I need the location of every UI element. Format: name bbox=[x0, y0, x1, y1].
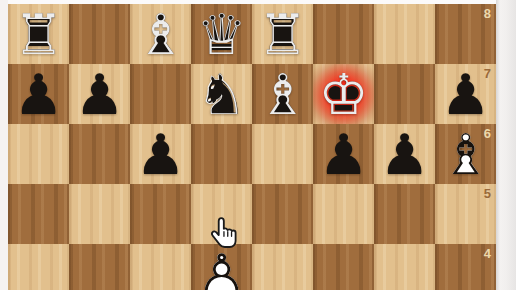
chess-board-frame: ♜♖♝♗♛♕♜♖8♟♟♞♘♝♗♚♔♟7♟♟♟♝♗65♟♙4 bbox=[0, 0, 516, 290]
square-h7[interactable]: ♟7 bbox=[435, 64, 496, 124]
square-b6[interactable] bbox=[69, 124, 130, 184]
black-pawn[interactable]: ♟ bbox=[8, 64, 69, 124]
square-e7[interactable]: ♝♗ bbox=[252, 64, 313, 124]
square-a4[interactable] bbox=[8, 244, 69, 290]
black-knight[interactable]: ♞♘ bbox=[191, 64, 252, 124]
square-h8[interactable]: 8 bbox=[435, 4, 496, 64]
square-h5[interactable]: 5 bbox=[435, 184, 496, 244]
square-f4[interactable] bbox=[313, 244, 374, 290]
square-g8[interactable] bbox=[374, 4, 435, 64]
square-e5[interactable] bbox=[252, 184, 313, 244]
rank-label-5: 5 bbox=[484, 186, 491, 201]
black-pawn[interactable]: ♟ bbox=[313, 124, 374, 184]
square-d8[interactable]: ♛♕ bbox=[191, 4, 252, 64]
black-bishop[interactable]: ♝♗ bbox=[130, 4, 191, 64]
square-f5[interactable] bbox=[313, 184, 374, 244]
square-c7[interactable] bbox=[130, 64, 191, 124]
square-g4[interactable] bbox=[374, 244, 435, 290]
black-rook[interactable]: ♜♖ bbox=[252, 4, 313, 64]
black-pawn[interactable]: ♟ bbox=[69, 64, 130, 124]
square-a6[interactable] bbox=[8, 124, 69, 184]
square-e4[interactable] bbox=[252, 244, 313, 290]
square-f6[interactable]: ♟ bbox=[313, 124, 374, 184]
square-d7[interactable]: ♞♘ bbox=[191, 64, 252, 124]
square-f8[interactable] bbox=[313, 4, 374, 64]
square-d4[interactable]: ♟♙ bbox=[191, 244, 252, 290]
square-f7[interactable]: ♚♔ bbox=[313, 64, 374, 124]
square-b4[interactable] bbox=[69, 244, 130, 290]
black-bishop[interactable]: ♝♗ bbox=[252, 64, 313, 124]
square-b5[interactable] bbox=[69, 184, 130, 244]
square-g7[interactable] bbox=[374, 64, 435, 124]
black-king[interactable]: ♚♔ bbox=[313, 64, 374, 124]
square-a7[interactable]: ♟ bbox=[8, 64, 69, 124]
square-c5[interactable] bbox=[130, 184, 191, 244]
square-g5[interactable] bbox=[374, 184, 435, 244]
square-e8[interactable]: ♜♖ bbox=[252, 4, 313, 64]
square-h4[interactable]: 4 bbox=[435, 244, 496, 290]
page-background bbox=[496, 0, 516, 290]
square-g6[interactable]: ♟ bbox=[374, 124, 435, 184]
black-rook[interactable]: ♜♖ bbox=[8, 4, 69, 64]
rank-label-7: 7 bbox=[484, 66, 491, 81]
black-pawn[interactable]: ♟ bbox=[374, 124, 435, 184]
square-d5[interactable] bbox=[191, 184, 252, 244]
square-b7[interactable]: ♟ bbox=[69, 64, 130, 124]
rank-label-4: 4 bbox=[484, 246, 491, 261]
square-c8[interactable]: ♝♗ bbox=[130, 4, 191, 64]
square-b8[interactable] bbox=[69, 4, 130, 64]
square-a8[interactable]: ♜♖ bbox=[8, 4, 69, 64]
square-d6[interactable] bbox=[191, 124, 252, 184]
square-c4[interactable] bbox=[130, 244, 191, 290]
left-margin bbox=[0, 0, 8, 290]
square-h6[interactable]: ♝♗6 bbox=[435, 124, 496, 184]
white-pawn[interactable]: ♟♙ bbox=[191, 244, 252, 290]
rank-label-8: 8 bbox=[484, 6, 491, 21]
square-a5[interactable] bbox=[8, 184, 69, 244]
square-e6[interactable] bbox=[252, 124, 313, 184]
square-c6[interactable]: ♟ bbox=[130, 124, 191, 184]
black-queen[interactable]: ♛♕ bbox=[191, 4, 252, 64]
rank-label-6: 6 bbox=[484, 126, 491, 141]
chess-board: ♜♖♝♗♛♕♜♖8♟♟♞♘♝♗♚♔♟7♟♟♟♝♗65♟♙4 bbox=[8, 4, 496, 290]
black-pawn[interactable]: ♟ bbox=[130, 124, 191, 184]
